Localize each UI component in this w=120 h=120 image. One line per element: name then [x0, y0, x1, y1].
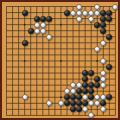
- star-point: [24, 60, 26, 62]
- star-point: [60, 24, 62, 26]
- white-stone: [100, 82, 106, 88]
- white-stone: [100, 58, 106, 64]
- white-stone: [88, 112, 94, 118]
- white-stone: [100, 106, 106, 112]
- star-point: [24, 24, 26, 26]
- black-stone: [46, 16, 52, 22]
- white-stone: [94, 46, 100, 52]
- black-stone: [106, 34, 112, 40]
- black-stone: [88, 70, 94, 76]
- black-stone: [106, 94, 112, 100]
- black-stone: [106, 16, 112, 22]
- white-stone: [82, 106, 88, 112]
- star-point: [60, 96, 62, 98]
- white-stone: [46, 34, 52, 40]
- star-point: [96, 60, 98, 62]
- white-stone: [112, 4, 118, 10]
- go-board[interactable]: [0, 0, 120, 120]
- black-stone: [106, 64, 112, 70]
- white-stone: [76, 16, 82, 22]
- black-stone: [100, 28, 106, 34]
- white-stone: [46, 100, 52, 106]
- black-stone: [22, 40, 28, 46]
- white-stone: [88, 16, 94, 22]
- white-stone: [100, 40, 106, 46]
- white-stone: [40, 28, 46, 34]
- white-stone: [22, 94, 28, 100]
- black-stone: [22, 10, 28, 16]
- star-point: [60, 60, 62, 62]
